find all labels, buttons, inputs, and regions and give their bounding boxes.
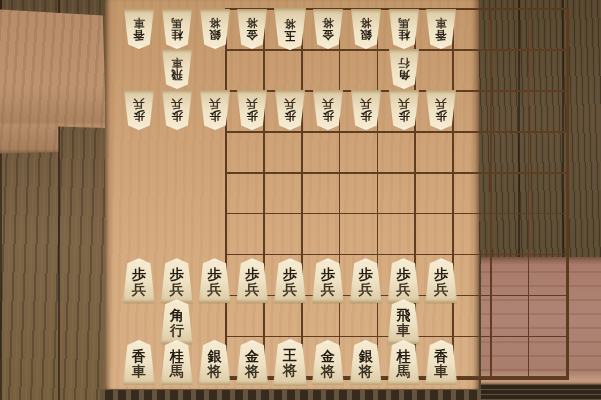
- piece-pawn-gote[interactable]: 歩兵: [124, 90, 154, 130]
- piece-kanji-bottom: 将: [209, 16, 221, 28]
- piece-kanji-top: 王: [283, 348, 297, 363]
- piece-lance-sente[interactable]: 香車: [425, 340, 457, 385]
- piece-kanji-bottom: 兵: [434, 282, 448, 297]
- piece-pawn-gote[interactable]: 歩兵: [389, 90, 419, 130]
- piece-kanji-bottom: 兵: [322, 97, 334, 109]
- piece-gold-sente[interactable]: 金将: [312, 340, 344, 385]
- piece-kanji-bottom: 兵: [209, 97, 221, 109]
- piece-kanji-bottom: 兵: [359, 282, 373, 297]
- piece-kanji-top: 歩: [170, 267, 184, 282]
- piece-kanji-bottom: 将: [360, 16, 372, 28]
- piece-kanji-bottom: 馬: [171, 16, 183, 28]
- piece-pawn-sente[interactable]: 歩兵: [312, 258, 344, 303]
- piece-pawn-sente[interactable]: 歩兵: [350, 258, 382, 303]
- piece-kanji-top: 玉: [284, 29, 296, 41]
- piece-kanji-top: 歩: [397, 267, 411, 282]
- piece-kanji-top: 歩: [322, 110, 334, 122]
- piece-kanji-top: 角: [170, 308, 184, 323]
- piece-kanji-bottom: 兵: [132, 282, 146, 297]
- piece-bishop-sente[interactable]: 角行: [161, 299, 193, 344]
- piece-kanji-bottom: 兵: [208, 282, 222, 297]
- piece-kanji-bottom: 車: [436, 16, 448, 28]
- piece-kanji-bottom: 車: [132, 364, 146, 379]
- piece-kanji-bottom: 兵: [247, 97, 259, 109]
- piece-kanji-bottom: 将: [359, 364, 373, 379]
- piece-kanji-top: 歩: [245, 267, 259, 282]
- piece-kanji-bottom: 兵: [170, 282, 184, 297]
- piece-kanji-top: 歩: [359, 267, 373, 282]
- piece-pawn-gote[interactable]: 歩兵: [275, 90, 305, 130]
- piece-kanji-top: 香: [133, 28, 145, 40]
- piece-kanji-bottom: 兵: [133, 97, 145, 109]
- piece-kanji-bottom: 将: [245, 364, 259, 379]
- piece-kanji-bottom: 将: [247, 16, 259, 28]
- piece-kanji-bottom: 車: [171, 56, 183, 68]
- shogi-photo-scene: 香車桂馬銀将金将玉将金将銀将桂馬香車飛車角行歩兵歩兵歩兵歩兵歩兵歩兵歩兵歩兵歩兵…: [0, 0, 601, 400]
- piece-lance-gote[interactable]: 香車: [124, 9, 154, 49]
- piece-kanji-top: 角: [398, 69, 410, 81]
- piece-kanji-top: 歩: [321, 267, 335, 282]
- piece-kanji-bottom: 馬: [398, 16, 410, 28]
- piece-kanji-top: 歩: [283, 267, 297, 282]
- piece-kanji-bottom: 行: [170, 323, 184, 338]
- piece-kanji-top: 歩: [284, 110, 296, 122]
- piece-pawn-sente[interactable]: 歩兵: [425, 258, 457, 303]
- piece-kanji-bottom: 車: [397, 323, 411, 338]
- piece-kanji-bottom: 兵: [436, 97, 448, 109]
- piece-kanji-top: 香: [132, 349, 146, 364]
- piece-kanji-top: 歩: [436, 110, 448, 122]
- piece-pawn-sente[interactable]: 歩兵: [388, 258, 420, 303]
- piece-kanji-top: 歩: [360, 110, 372, 122]
- piece-kanji-top: 銀: [360, 28, 372, 40]
- piece-kanji-top: 銀: [209, 28, 221, 40]
- piece-kanji-bottom: 兵: [397, 282, 411, 297]
- piece-king-sente[interactable]: 王将: [273, 339, 307, 386]
- piece-kanji-top: 歩: [132, 267, 146, 282]
- piece-kanji-bottom: 兵: [245, 282, 259, 297]
- piece-pawn-sente[interactable]: 歩兵: [236, 258, 268, 303]
- piece-pawn-gote[interactable]: 歩兵: [313, 90, 343, 130]
- piece-kanji-top: 桂: [397, 349, 411, 364]
- piece-pawn-gote[interactable]: 歩兵: [200, 90, 230, 130]
- piece-rook-sente[interactable]: 飛車: [388, 299, 420, 344]
- piece-kanji-bottom: 馬: [397, 364, 411, 379]
- piece-kanji-bottom: 兵: [284, 97, 296, 109]
- piece-knight-gote[interactable]: 桂馬: [162, 9, 192, 49]
- piece-kanji-bottom: 兵: [360, 97, 372, 109]
- piece-kanji-top: 歩: [247, 110, 259, 122]
- piece-silver-sente[interactable]: 銀将: [350, 340, 382, 385]
- piece-kanji-bottom: 将: [284, 17, 296, 29]
- piece-kanji-top: 銀: [208, 349, 222, 364]
- piece-kanji-top: 歩: [209, 110, 221, 122]
- piece-kanji-top: 金: [247, 28, 259, 40]
- piece-kanji-top: 桂: [398, 28, 410, 40]
- piece-lance-gote[interactable]: 香車: [426, 9, 456, 49]
- piece-kanji-top: 金: [245, 349, 259, 364]
- piece-kanji-top: 歩: [434, 267, 448, 282]
- piece-kanji-bottom: 兵: [171, 97, 183, 109]
- piece-kanji-bottom: 将: [283, 363, 297, 378]
- piece-pawn-sente[interactable]: 歩兵: [274, 258, 306, 303]
- piece-pawn-gote[interactable]: 歩兵: [237, 90, 267, 130]
- piece-kanji-bottom: 車: [133, 16, 145, 28]
- piece-kanji-top: 金: [321, 349, 335, 364]
- piece-kanji-bottom: 車: [434, 364, 448, 379]
- piece-gold-gote[interactable]: 金将: [313, 9, 343, 49]
- piece-gold-gote[interactable]: 金将: [237, 9, 267, 49]
- piece-kanji-top: 飛: [397, 308, 411, 323]
- piece-pawn-gote[interactable]: 歩兵: [426, 90, 456, 130]
- piece-knight-sente[interactable]: 桂馬: [161, 340, 193, 385]
- piece-kanji-top: 香: [436, 28, 448, 40]
- piece-gold-sente[interactable]: 金将: [236, 340, 268, 385]
- piece-kanji-top: 歩: [208, 267, 222, 282]
- piece-pawn-sente[interactable]: 歩兵: [123, 258, 155, 303]
- piece-kanji-bottom: 馬: [170, 364, 184, 379]
- pieces-layer: 香車桂馬銀将金将玉将金将銀将桂馬香車飛車角行歩兵歩兵歩兵歩兵歩兵歩兵歩兵歩兵歩兵…: [0, 0, 601, 400]
- piece-silver-gote[interactable]: 銀将: [200, 9, 230, 49]
- piece-pawn-sente[interactable]: 歩兵: [161, 258, 193, 303]
- piece-kanji-bottom: 兵: [398, 97, 410, 109]
- piece-silver-gote[interactable]: 銀将: [351, 9, 381, 49]
- piece-kanji-bottom: 将: [208, 364, 222, 379]
- piece-rook-gote[interactable]: 飛車: [162, 49, 192, 89]
- piece-kanji-top: 歩: [398, 110, 410, 122]
- piece-kanji-bottom: 将: [321, 364, 335, 379]
- piece-kanji-bottom: 兵: [283, 282, 297, 297]
- piece-knight-gote[interactable]: 桂馬: [389, 9, 419, 49]
- piece-pawn-sente[interactable]: 歩兵: [199, 258, 231, 303]
- piece-knight-sente[interactable]: 桂馬: [388, 340, 420, 385]
- piece-kanji-top: 銀: [359, 349, 373, 364]
- piece-kanji-top: 桂: [170, 349, 184, 364]
- piece-kanji-top: 香: [434, 349, 448, 364]
- piece-kanji-bottom: 行: [398, 56, 410, 68]
- piece-king-jeweled-gote[interactable]: 玉将: [274, 8, 306, 50]
- piece-kanji-top: 飛: [171, 69, 183, 81]
- piece-silver-sente[interactable]: 銀将: [199, 340, 231, 385]
- piece-pawn-gote[interactable]: 歩兵: [351, 90, 381, 130]
- piece-kanji-top: 金: [322, 28, 334, 40]
- piece-kanji-top: 歩: [133, 110, 145, 122]
- piece-pawn-gote[interactable]: 歩兵: [162, 90, 192, 130]
- piece-kanji-top: 歩: [171, 110, 183, 122]
- piece-kanji-top: 桂: [171, 28, 183, 40]
- piece-kanji-bottom: 将: [322, 16, 334, 28]
- piece-kanji-bottom: 兵: [321, 282, 335, 297]
- piece-bishop-gote[interactable]: 角行: [389, 49, 419, 89]
- piece-lance-sente[interactable]: 香車: [123, 340, 155, 385]
